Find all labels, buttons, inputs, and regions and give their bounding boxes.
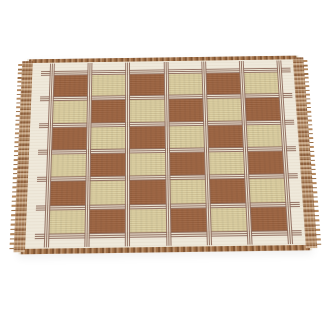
right-fringe [293, 57, 318, 248]
board-square-brown [130, 180, 165, 203]
board-square-cream [211, 207, 247, 231]
board-square-brown [54, 75, 88, 96]
board-square-brown [248, 151, 284, 174]
board-square-brown [245, 98, 280, 120]
board-square-cream [130, 100, 164, 122]
board-square-brown [130, 74, 163, 95]
board-square-cream [130, 153, 165, 176]
rug-bottom-edge-band [21, 245, 310, 254]
board-square-brown [91, 154, 126, 177]
board-square-cream [170, 180, 205, 203]
board-square-brown [208, 125, 243, 147]
board-square-cream [209, 152, 244, 175]
board-square-brown [170, 208, 206, 232]
checkerboard [44, 68, 292, 239]
board-square-cream [49, 210, 85, 234]
left-fringe [13, 61, 32, 252]
board-square-brown [210, 179, 246, 202]
board-square-cream [51, 154, 86, 177]
grid-line-vertical [125, 63, 130, 247]
checkerboard-rug [19, 56, 313, 255]
board-square-brown [92, 100, 126, 122]
board-square-cream [90, 181, 125, 204]
board-square-brown [206, 73, 240, 94]
board-square-cream [92, 75, 125, 96]
board-square-cream [244, 73, 278, 94]
board-square-brown [50, 182, 85, 205]
board-square-cream [249, 179, 285, 202]
board-square-cream [168, 74, 202, 95]
board-square-brown [130, 126, 164, 148]
product-photo [0, 0, 328, 328]
board-square-cream [207, 99, 241, 121]
board-square-brown [170, 152, 205, 175]
board-square-brown [251, 207, 287, 231]
board-square-cream [169, 126, 203, 148]
board-square-brown [169, 99, 203, 121]
board-square-cream [91, 127, 125, 149]
board-square-brown [90, 209, 125, 233]
board-square-cream [247, 124, 282, 146]
board-square-cream [53, 101, 87, 123]
board-square-cream [130, 209, 165, 233]
board-square-brown [52, 127, 87, 149]
